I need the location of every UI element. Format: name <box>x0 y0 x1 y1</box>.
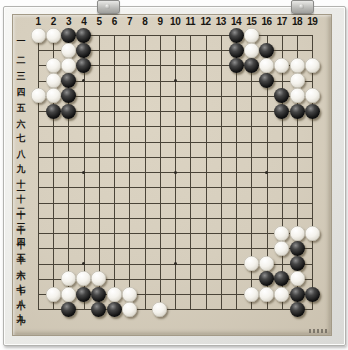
black-stone-19-6[interactable] <box>305 104 320 119</box>
column-label-6: 6 <box>112 17 117 27</box>
white-stone-2-4[interactable] <box>46 73 61 88</box>
black-stone-17-6[interactable] <box>274 104 289 119</box>
white-stone-1-5[interactable] <box>31 88 46 103</box>
white-stone-2-3[interactable] <box>46 58 61 73</box>
white-stone-18-5[interactable] <box>290 88 305 103</box>
black-stone-4-18[interactable] <box>76 287 91 302</box>
black-stone-2-6[interactable] <box>46 104 61 119</box>
black-stone-3-19[interactable] <box>61 302 76 317</box>
star-point-10-16 <box>174 262 177 265</box>
star-point-10-4 <box>174 79 177 82</box>
white-stone-18-3[interactable] <box>290 58 305 73</box>
go-board-photo: 12345678910111213141516171819一二三四五六七八九十十… <box>0 0 348 350</box>
white-stone-1-1[interactable] <box>31 28 46 43</box>
column-label-3: 3 <box>66 17 71 27</box>
brand-mark <box>309 329 329 333</box>
column-label-17: 17 <box>277 17 287 27</box>
column-label-2: 2 <box>51 17 56 27</box>
black-stone-19-18[interactable] <box>305 287 320 302</box>
column-label-4: 4 <box>81 17 86 27</box>
column-label-15: 15 <box>246 17 256 27</box>
column-label-13: 13 <box>216 17 226 27</box>
black-stone-18-18[interactable] <box>290 287 305 302</box>
black-stone-18-6[interactable] <box>290 104 305 119</box>
column-label-11: 11 <box>186 17 196 27</box>
white-stone-15-16[interactable] <box>244 256 259 271</box>
black-stone-16-2[interactable] <box>259 43 274 58</box>
white-stone-17-18[interactable] <box>274 287 289 302</box>
black-stone-14-1[interactable] <box>229 28 244 43</box>
column-label-1: 1 <box>35 17 40 27</box>
column-label-14: 14 <box>231 17 241 27</box>
black-stone-14-3[interactable] <box>229 58 244 73</box>
white-stone-17-14[interactable] <box>274 226 289 241</box>
star-point-10-10 <box>174 171 177 174</box>
white-stone-7-19[interactable] <box>122 302 137 317</box>
white-stone-7-18[interactable] <box>122 287 137 302</box>
white-stone-3-3[interactable] <box>61 58 76 73</box>
black-stone-6-19[interactable] <box>107 302 122 317</box>
black-stone-18-19[interactable] <box>290 302 305 317</box>
white-stone-18-17[interactable] <box>290 271 305 286</box>
hanger-clip-left <box>97 0 120 14</box>
white-stone-3-18[interactable] <box>61 287 76 302</box>
star-point-4-10 <box>82 171 85 174</box>
column-label-7: 7 <box>127 17 132 27</box>
white-stone-19-14[interactable] <box>305 226 320 241</box>
column-label-12: 12 <box>201 17 211 27</box>
column-label-9: 9 <box>157 17 162 27</box>
column-label-16: 16 <box>262 17 272 27</box>
black-stone-4-1[interactable] <box>76 28 91 43</box>
white-stone-15-18[interactable] <box>244 287 259 302</box>
black-stone-14-2[interactable] <box>229 43 244 58</box>
white-stone-18-14[interactable] <box>290 226 305 241</box>
white-stone-16-18[interactable] <box>259 287 274 302</box>
white-stone-15-2[interactable] <box>244 43 259 58</box>
white-stone-6-18[interactable] <box>107 287 122 302</box>
black-stone-18-15[interactable] <box>290 241 305 256</box>
white-stone-19-3[interactable] <box>305 58 320 73</box>
black-stone-3-6[interactable] <box>61 104 76 119</box>
white-stone-15-1[interactable] <box>244 28 259 43</box>
black-stone-5-18[interactable] <box>91 287 106 302</box>
column-label-18: 18 <box>292 17 302 27</box>
star-point-16-10 <box>265 171 268 174</box>
column-label-8: 8 <box>142 17 147 27</box>
column-label-19: 19 <box>307 17 317 27</box>
column-label-10: 10 <box>170 17 180 27</box>
black-stone-15-3[interactable] <box>244 58 259 73</box>
black-stone-18-16[interactable] <box>290 256 305 271</box>
hanger-clip-right <box>291 0 314 14</box>
white-stone-16-3[interactable] <box>259 58 274 73</box>
black-stone-3-1[interactable] <box>61 28 76 43</box>
column-label-5: 5 <box>96 17 101 27</box>
white-stone-18-4[interactable] <box>290 73 305 88</box>
black-stone-4-2[interactable] <box>76 43 91 58</box>
white-stone-2-18[interactable] <box>46 287 61 302</box>
white-stone-2-1[interactable] <box>46 28 61 43</box>
white-stone-3-2[interactable] <box>61 43 76 58</box>
